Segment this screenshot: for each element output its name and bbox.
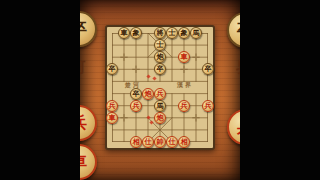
piece-red-帥-r9c4[interactable]: 帥 (154, 136, 166, 148)
piece-black-卒-r3c8[interactable]: 卒 (202, 63, 214, 75)
piece-red-兵-r6c0[interactable]: 兵 (106, 100, 118, 112)
xiangqi-board[interactable]: 楚河 漢界 車象將士象馬士炮車卒卒卒卒炮兵兵兵馬兵兵車炮相仕帥仕相 (105, 25, 215, 150)
piece-black-馬-r0c7[interactable]: 馬 (190, 27, 202, 39)
piece-red-兵-r6c8[interactable]: 兵 (202, 100, 214, 112)
piece-black-馬-r6c4[interactable]: 馬 (154, 100, 166, 112)
decor-river-char-界: 界 (236, 58, 240, 77)
piece-red-仕-r9c5[interactable]: 仕 (166, 136, 178, 148)
decor-piece-兵: 兵 (227, 109, 240, 145)
piece-black-將-r0c4[interactable]: 將 (154, 27, 166, 39)
app-screen: 卒河兵車卒界兵 楚河 漢界 車象將士象馬士炮車卒卒卒卒炮兵兵兵馬兵兵車炮相仕帥仕… (0, 0, 320, 180)
piece-red-車-r7c0[interactable]: 車 (106, 112, 118, 124)
piece-red-仕-r9c3[interactable]: 仕 (142, 136, 154, 148)
decor-piece-兵: 兵 (80, 105, 97, 141)
decor-river-char-河: 河 (80, 58, 85, 77)
piece-black-象-r0c2[interactable]: 象 (130, 27, 142, 39)
letterbox-left (0, 0, 80, 180)
piece-red-兵-r6c6[interactable]: 兵 (178, 100, 190, 112)
piece-black-卒-r5c2[interactable]: 卒 (130, 88, 142, 100)
river-label-right: 漢界 (170, 81, 200, 90)
piece-red-相-r9c2[interactable]: 相 (130, 136, 142, 148)
piece-red-兵-r6c2[interactable]: 兵 (130, 100, 142, 112)
piece-red-相-r9c6[interactable]: 相 (178, 136, 190, 148)
decor-piece-卒: 卒 (227, 12, 240, 48)
piece-red-炮-r7c4[interactable]: 炮 (154, 112, 166, 124)
letterbox-right (240, 0, 320, 180)
piece-black-象-r0c6[interactable]: 象 (178, 27, 190, 39)
piece-black-士-r0c5[interactable]: 士 (166, 27, 178, 39)
decor-piece-卒: 卒 (80, 11, 97, 47)
decor-piece-車: 車 (80, 144, 97, 180)
piece-red-兵-r5c4[interactable]: 兵 (154, 88, 166, 100)
piece-black-士-r1c4[interactable]: 士 (154, 39, 166, 51)
piece-black-車-r0c1[interactable]: 車 (118, 27, 130, 39)
piece-red-炮-r5c3[interactable]: 炮 (142, 88, 154, 100)
